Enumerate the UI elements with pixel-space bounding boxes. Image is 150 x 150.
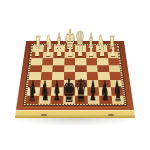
hinge-right — [108, 114, 114, 116]
piece-black-queen[interactable]: ♛ — [75, 75, 87, 106]
square-b4[interactable] — [97, 65, 109, 72]
piece-black-rook[interactable]: ♜ — [114, 84, 122, 105]
piece-white-pawn[interactable]: ♟ — [66, 43, 72, 59]
piece-white-pawn[interactable]: ♟ — [99, 43, 105, 59]
piece-white-pawn[interactable]: ♟ — [77, 43, 83, 59]
folded-board-side-edge — [15, 110, 135, 118]
piece-black-knight[interactable]: ♞ — [101, 82, 110, 106]
piece-white-pawn[interactable]: ♟ — [34, 43, 40, 59]
piece-black-bishop[interactable]: ♝ — [52, 80, 62, 105]
piece-white-pawn[interactable]: ♟ — [88, 43, 94, 59]
square-g4[interactable] — [41, 65, 53, 72]
square-a4[interactable] — [108, 65, 120, 72]
piece-white-pawn[interactable]: ♟ — [56, 43, 62, 59]
piece-white-pawn[interactable]: ♟ — [45, 43, 51, 59]
piece-black-king[interactable]: ♚ — [62, 73, 75, 106]
square-d4[interactable] — [75, 65, 86, 72]
product-photo-stage: ♜♞♝♚♛♝♞♜♟♟♟♟♟♟♟♟♟♟♟♟♟♟♟♟♜♞♝♚♛♝♞♜ — [0, 0, 150, 150]
piece-white-pawn[interactable]: ♟ — [110, 43, 116, 59]
piece-black-bishop[interactable]: ♝ — [88, 80, 98, 105]
square-c4[interactable] — [86, 65, 98, 72]
square-h4[interactable] — [30, 65, 42, 72]
piece-black-rook[interactable]: ♜ — [28, 84, 36, 105]
hinge-left — [41, 114, 47, 116]
piece-black-knight[interactable]: ♞ — [40, 82, 49, 106]
